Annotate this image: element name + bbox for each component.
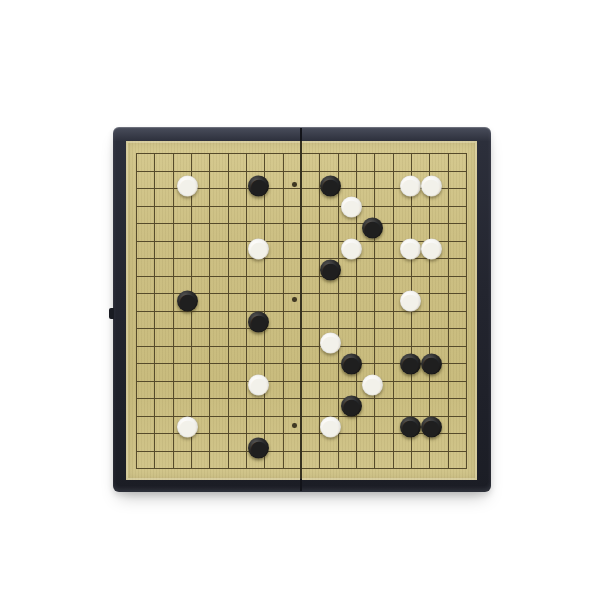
intersection: [320, 467, 341, 477]
intersection: [248, 394, 269, 415]
intersection: [286, 237, 303, 258]
intersection: [400, 216, 421, 237]
intersection: [442, 289, 459, 310]
intersection: [458, 467, 475, 477]
intersection: [232, 415, 249, 436]
intersection: [442, 331, 459, 352]
intersection: [198, 394, 215, 415]
intersection: [160, 352, 177, 373]
intersection: [198, 457, 215, 467]
intersection: [177, 352, 198, 373]
intersection: [303, 394, 320, 415]
intersection: [400, 195, 421, 216]
intersection: [232, 352, 249, 373]
intersection: [160, 237, 177, 258]
intersection: ●: [341, 394, 362, 415]
intersection: [341, 258, 362, 279]
intersection: [127, 195, 144, 216]
intersection: [144, 174, 161, 195]
intersection: [269, 195, 286, 216]
white-stone: ●: [421, 239, 442, 260]
intersection: [383, 467, 400, 477]
hinge-pin: [109, 308, 114, 319]
intersection: [383, 415, 400, 436]
intersection: [458, 310, 475, 331]
intersection: [362, 195, 383, 216]
intersection: [383, 279, 400, 289]
intersection: [383, 216, 400, 237]
intersection: [269, 436, 286, 457]
intersection: [127, 415, 144, 436]
intersection: [286, 467, 303, 477]
intersection: [269, 164, 286, 174]
intersection: [127, 237, 144, 258]
intersection: [144, 195, 161, 216]
intersection: [383, 164, 400, 174]
intersection: [232, 258, 249, 279]
intersection: ●: [421, 174, 442, 195]
intersection: ●: [177, 174, 198, 195]
intersection: [177, 394, 198, 415]
intersection: ●: [362, 216, 383, 237]
intersection: [144, 352, 161, 373]
intersection: [303, 237, 320, 258]
intersection: [362, 415, 383, 436]
intersection: [177, 237, 198, 258]
board-surface: ●●●●●●●●●●●●●●●●●●●●●●●●●●●: [126, 141, 477, 480]
intersection: [177, 373, 198, 394]
intersection: [248, 154, 269, 164]
intersection: [320, 373, 341, 394]
intersection: [320, 216, 341, 237]
intersection: [215, 289, 232, 310]
intersection: [198, 279, 215, 289]
star-point: [292, 182, 297, 187]
intersection: [215, 373, 232, 394]
intersection: [232, 289, 249, 310]
board-intersections: ●●●●●●●●●●●●●●●●●●●●●●●●●●●: [127, 144, 475, 477]
intersection: [286, 457, 303, 467]
intersection: [341, 216, 362, 237]
intersection: [458, 436, 475, 457]
intersection: [341, 154, 362, 164]
intersection: [442, 195, 459, 216]
intersection: [269, 331, 286, 352]
intersection: [400, 258, 421, 279]
intersection: [232, 174, 249, 195]
intersection: [286, 164, 303, 174]
intersection: ●: [320, 258, 341, 279]
white-stone: ●: [400, 239, 421, 260]
intersection: [383, 195, 400, 216]
intersection: [232, 279, 249, 289]
intersection: [198, 195, 215, 216]
intersection: ●: [177, 415, 198, 436]
intersection: [458, 279, 475, 289]
intersection: [177, 154, 198, 164]
intersection: [286, 258, 303, 279]
intersection: [458, 289, 475, 310]
intersection: [198, 373, 215, 394]
intersection: [320, 164, 341, 174]
intersection: ●: [400, 352, 421, 373]
white-stone: ●: [248, 239, 269, 260]
intersection: [198, 289, 215, 310]
intersection: [198, 331, 215, 352]
intersection: [286, 216, 303, 237]
intersection: [442, 467, 459, 477]
intersection: [458, 457, 475, 467]
intersection: [215, 331, 232, 352]
intersection: [232, 467, 249, 477]
intersection: [160, 174, 177, 195]
intersection: [232, 144, 249, 154]
intersection: [215, 394, 232, 415]
intersection: [144, 436, 161, 457]
intersection: [400, 331, 421, 352]
intersection: [303, 373, 320, 394]
intersection: [362, 144, 383, 154]
intersection: [442, 237, 459, 258]
intersection: [215, 195, 232, 216]
intersection: [232, 457, 249, 467]
intersection: [286, 352, 303, 373]
intersection: [144, 457, 161, 467]
intersection: [421, 457, 442, 467]
intersection: [421, 436, 442, 457]
black-stone: ●: [421, 353, 442, 374]
intersection: [269, 352, 286, 373]
intersection: [127, 216, 144, 237]
intersection: ●: [400, 174, 421, 195]
intersection: [303, 310, 320, 331]
intersection: [341, 415, 362, 436]
intersection: [127, 144, 144, 154]
intersection: [286, 373, 303, 394]
intersection: [383, 394, 400, 415]
intersection: [458, 164, 475, 174]
hinge-seam-bottom: [300, 479, 303, 491]
intersection: [458, 174, 475, 195]
intersection: [362, 352, 383, 373]
intersection: ●: [400, 415, 421, 436]
intersection: [442, 310, 459, 331]
intersection: [362, 164, 383, 174]
intersection: ●: [341, 195, 362, 216]
white-stone: ●: [400, 290, 421, 311]
intersection: [144, 394, 161, 415]
intersection: [198, 352, 215, 373]
intersection: [341, 279, 362, 289]
intersection: [458, 331, 475, 352]
intersection: [400, 467, 421, 477]
intersection: ●: [248, 436, 269, 457]
intersection: [442, 415, 459, 436]
intersection: [458, 154, 475, 164]
intersection: [160, 457, 177, 467]
intersection: [362, 174, 383, 195]
intersection: [127, 289, 144, 310]
intersection: [177, 310, 198, 331]
black-stone: ●: [400, 416, 421, 437]
intersection: [383, 352, 400, 373]
intersection: [303, 279, 320, 289]
intersection: [383, 331, 400, 352]
intersection: [160, 310, 177, 331]
intersection: [320, 310, 341, 331]
intersection: [303, 144, 320, 154]
intersection: ●: [421, 237, 442, 258]
intersection: [160, 216, 177, 237]
intersection: [144, 415, 161, 436]
white-stone: ●: [177, 416, 198, 437]
intersection: [421, 154, 442, 164]
intersection: [286, 154, 303, 164]
intersection: [362, 394, 383, 415]
intersection: [232, 436, 249, 457]
intersection: [341, 289, 362, 310]
white-stone: ●: [320, 416, 341, 437]
intersection: [341, 174, 362, 195]
black-stone: ●: [320, 260, 341, 281]
intersection: [303, 174, 320, 195]
intersection: [320, 144, 341, 154]
intersection: [248, 331, 269, 352]
black-stone: ●: [421, 416, 442, 437]
intersection: [127, 310, 144, 331]
intersection: [127, 331, 144, 352]
intersection: [320, 154, 341, 164]
intersection: [198, 237, 215, 258]
intersection: [362, 154, 383, 164]
black-stone: ●: [362, 218, 383, 239]
intersection: [160, 289, 177, 310]
intersection: [421, 310, 442, 331]
intersection: [458, 415, 475, 436]
intersection: [400, 279, 421, 289]
intersection: [458, 352, 475, 373]
intersection: [286, 436, 303, 457]
intersection: [400, 144, 421, 154]
star-point: [292, 423, 297, 428]
intersection: [421, 195, 442, 216]
intersection: [144, 310, 161, 331]
intersection: [248, 467, 269, 477]
intersection: [458, 195, 475, 216]
intersection: [177, 467, 198, 477]
intersection: [144, 467, 161, 477]
intersection: [303, 258, 320, 279]
intersection: [442, 352, 459, 373]
intersection: [127, 436, 144, 457]
intersection: [127, 394, 144, 415]
intersection: [286, 310, 303, 331]
intersection: [442, 164, 459, 174]
intersection: [177, 216, 198, 237]
intersection: [320, 237, 341, 258]
intersection: ●: [248, 237, 269, 258]
intersection: [269, 237, 286, 258]
intersection: [215, 279, 232, 289]
intersection: [341, 164, 362, 174]
intersection: [320, 352, 341, 373]
star-point: [292, 297, 297, 302]
intersection: [442, 279, 459, 289]
intersection: [198, 436, 215, 457]
intersection: [198, 144, 215, 154]
intersection: [421, 467, 442, 477]
intersection: [341, 144, 362, 154]
intersection: [198, 415, 215, 436]
intersection: [320, 289, 341, 310]
intersection: [248, 352, 269, 373]
intersection: [248, 216, 269, 237]
hinge-seam-top: [300, 128, 303, 141]
intersection: [362, 457, 383, 467]
intersection: [160, 164, 177, 174]
intersection: [144, 237, 161, 258]
intersection: [269, 154, 286, 164]
intersection: [232, 195, 249, 216]
intersection: ●: [248, 373, 269, 394]
intersection: [320, 394, 341, 415]
black-stone: ●: [341, 395, 362, 416]
intersection: ●: [400, 237, 421, 258]
black-stone: ●: [400, 353, 421, 374]
intersection: [144, 279, 161, 289]
intersection: [286, 289, 303, 310]
intersection: [269, 216, 286, 237]
intersection: [127, 467, 144, 477]
intersection: [127, 373, 144, 394]
intersection: [458, 237, 475, 258]
intersection: [269, 144, 286, 154]
intersection: [232, 373, 249, 394]
intersection: [127, 258, 144, 279]
intersection: [177, 144, 198, 154]
intersection: [160, 436, 177, 457]
intersection: [144, 373, 161, 394]
intersection: [303, 415, 320, 436]
intersection: [127, 352, 144, 373]
intersection: [458, 144, 475, 154]
intersection: [144, 258, 161, 279]
intersection: [421, 331, 442, 352]
intersection: [144, 144, 161, 154]
intersection: [421, 279, 442, 289]
intersection: [177, 331, 198, 352]
intersection: [232, 216, 249, 237]
intersection: ●: [341, 352, 362, 373]
intersection: [144, 331, 161, 352]
intersection: [303, 195, 320, 216]
intersection: [383, 310, 400, 331]
intersection: [362, 289, 383, 310]
intersection: ●: [320, 331, 341, 352]
intersection: [269, 310, 286, 331]
intersection: [232, 394, 249, 415]
intersection: [458, 373, 475, 394]
intersection: [341, 331, 362, 352]
intersection: [383, 154, 400, 164]
intersection: [160, 394, 177, 415]
white-stone: ●: [362, 374, 383, 395]
intersection: [458, 258, 475, 279]
intersection: [421, 164, 442, 174]
intersection: [215, 154, 232, 164]
black-stone: ●: [248, 437, 269, 458]
intersection: [144, 164, 161, 174]
intersection: [215, 237, 232, 258]
intersection: [400, 154, 421, 164]
intersection: [341, 373, 362, 394]
intersection: [421, 216, 442, 237]
intersection: [177, 436, 198, 457]
black-stone: ●: [177, 290, 198, 311]
intersection: [442, 457, 459, 467]
intersection: [160, 331, 177, 352]
intersection: [362, 331, 383, 352]
intersection: ●: [248, 174, 269, 195]
intersection: [383, 237, 400, 258]
product-photo: ●●●●●●●●●●●●●●●●●●●●●●●●●●●: [0, 0, 600, 600]
intersection: [362, 279, 383, 289]
intersection: [248, 457, 269, 467]
intersection: [232, 310, 249, 331]
intersection: [198, 164, 215, 174]
intersection: [198, 310, 215, 331]
intersection: [215, 216, 232, 237]
intersection: [144, 216, 161, 237]
intersection: [232, 164, 249, 174]
intersection: [362, 436, 383, 457]
intersection: [383, 373, 400, 394]
intersection: [248, 144, 269, 154]
intersection: [177, 279, 198, 289]
intersection: [160, 144, 177, 154]
intersection: [215, 467, 232, 477]
intersection: ●: [177, 289, 198, 310]
intersection: ●: [320, 174, 341, 195]
intersection: [232, 237, 249, 258]
intersection: [232, 331, 249, 352]
intersection: [362, 237, 383, 258]
intersection: [248, 289, 269, 310]
intersection: [421, 144, 442, 154]
white-stone: ●: [421, 176, 442, 197]
intersection: [215, 174, 232, 195]
intersection: [144, 289, 161, 310]
intersection: [303, 352, 320, 373]
intersection: [286, 195, 303, 216]
intersection: [320, 279, 341, 289]
intersection: [303, 436, 320, 457]
black-stone: ●: [320, 176, 341, 197]
intersection: [269, 415, 286, 436]
intersection: [421, 394, 442, 415]
intersection: [421, 258, 442, 279]
intersection: [286, 331, 303, 352]
intersection: [269, 394, 286, 415]
intersection: [421, 289, 442, 310]
intersection: [177, 258, 198, 279]
white-stone: ●: [320, 332, 341, 353]
intersection: [458, 394, 475, 415]
intersection: [442, 373, 459, 394]
intersection: [198, 258, 215, 279]
intersection: [144, 154, 161, 164]
intersection: [286, 144, 303, 154]
